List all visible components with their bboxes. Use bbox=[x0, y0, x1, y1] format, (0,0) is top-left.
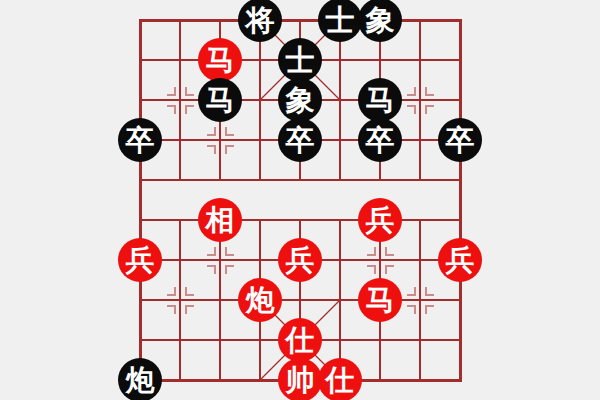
piece-black-elephant[interactable]: 象 bbox=[278, 78, 322, 122]
piece-red-horse[interactable]: 马 bbox=[358, 278, 402, 322]
piece-red-soldier[interactable]: 兵 bbox=[278, 238, 322, 282]
pieces-layer: 将士象马士马象马卒卒卒卒相兵兵兵兵炮马仕炮帅仕 bbox=[0, 0, 600, 400]
piece-red-soldier[interactable]: 兵 bbox=[358, 198, 402, 242]
piece-red-soldier[interactable]: 兵 bbox=[438, 238, 482, 282]
piece-black-advisor[interactable]: 士 bbox=[318, 0, 362, 42]
piece-black-cannon[interactable]: 炮 bbox=[118, 358, 162, 400]
piece-red-general[interactable]: 帅 bbox=[278, 358, 322, 400]
xiangqi-board[interactable]: 将士象马士马象马卒卒卒卒相兵兵兵兵炮马仕炮帅仕 bbox=[0, 0, 600, 400]
piece-black-soldier[interactable]: 卒 bbox=[118, 118, 162, 162]
piece-red-advisor[interactable]: 仕 bbox=[278, 318, 322, 362]
piece-black-horse[interactable]: 马 bbox=[358, 78, 402, 122]
piece-red-elephant[interactable]: 相 bbox=[198, 198, 242, 242]
piece-black-soldier[interactable]: 卒 bbox=[278, 118, 322, 162]
piece-red-horse[interactable]: 马 bbox=[198, 38, 242, 82]
piece-black-general[interactable]: 将 bbox=[238, 0, 282, 42]
piece-red-advisor[interactable]: 仕 bbox=[318, 358, 362, 400]
piece-black-advisor[interactable]: 士 bbox=[278, 38, 322, 82]
piece-black-soldier[interactable]: 卒 bbox=[438, 118, 482, 162]
piece-red-cannon[interactable]: 炮 bbox=[238, 278, 282, 322]
piece-black-soldier[interactable]: 卒 bbox=[358, 118, 402, 162]
piece-red-soldier[interactable]: 兵 bbox=[118, 238, 162, 282]
piece-black-elephant[interactable]: 象 bbox=[358, 0, 402, 42]
piece-black-horse[interactable]: 马 bbox=[198, 78, 242, 122]
